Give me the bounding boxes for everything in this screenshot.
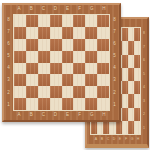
square xyxy=(62,51,74,63)
front-rank-labels-left: 87654321 xyxy=(4,14,13,111)
coordinate-label: F xyxy=(74,5,86,14)
square xyxy=(38,15,50,27)
square xyxy=(97,39,109,51)
square xyxy=(134,94,140,107)
square xyxy=(14,51,26,63)
coordinate-label: 3 xyxy=(4,75,13,87)
coordinate-label: H xyxy=(98,5,110,14)
square xyxy=(62,27,74,39)
square xyxy=(134,108,140,121)
rear-rank-labels-right: 87654321 xyxy=(141,27,147,135)
coordinate-label: C xyxy=(37,111,49,120)
square xyxy=(38,98,50,110)
coordinate-label: E xyxy=(62,5,74,14)
square xyxy=(134,41,140,54)
square xyxy=(73,15,85,27)
square xyxy=(85,98,97,110)
coordinate-label: H xyxy=(135,136,141,144)
square xyxy=(26,98,38,110)
square xyxy=(50,86,62,98)
square xyxy=(26,74,38,86)
square xyxy=(85,39,97,51)
coordinate-label: C xyxy=(37,5,49,14)
coordinate-label: 7 xyxy=(110,26,119,38)
square xyxy=(97,15,109,27)
square xyxy=(97,74,109,86)
front-chessboard: ABCDEFGH ABCDEFGH 87654321 87654321 xyxy=(2,3,121,122)
square xyxy=(85,74,97,86)
square xyxy=(26,63,38,75)
square xyxy=(50,27,62,39)
square xyxy=(62,15,74,27)
square xyxy=(38,51,50,63)
front-rank-labels-right: 87654321 xyxy=(110,14,119,111)
coordinate-label: A xyxy=(13,111,25,120)
coordinate-label: G xyxy=(86,111,98,120)
rear-file-labels-bottom: ABCDEFGH xyxy=(93,136,141,144)
square xyxy=(97,86,109,98)
square xyxy=(62,98,74,110)
square xyxy=(26,86,38,98)
square xyxy=(134,81,140,94)
coordinate-label: 1 xyxy=(110,99,119,111)
square xyxy=(97,98,109,110)
coordinate-label: 8 xyxy=(141,27,147,41)
square xyxy=(85,15,97,27)
front-file-labels-top: ABCDEFGH xyxy=(13,5,110,14)
front-board-playing-area xyxy=(13,14,110,111)
square xyxy=(73,74,85,86)
coordinate-label: 5 xyxy=(141,68,147,82)
coordinate-label: 3 xyxy=(141,95,147,109)
square xyxy=(50,74,62,86)
coordinate-label: 6 xyxy=(4,38,13,50)
square xyxy=(26,15,38,27)
square xyxy=(14,98,26,110)
square xyxy=(85,63,97,75)
coordinate-label: A xyxy=(13,5,25,14)
square xyxy=(62,86,74,98)
square xyxy=(62,63,74,75)
square xyxy=(85,51,97,63)
square xyxy=(97,27,109,39)
square xyxy=(97,63,109,75)
coordinate-label: D xyxy=(49,111,61,120)
square xyxy=(73,51,85,63)
square xyxy=(14,27,26,39)
coordinate-label: 2 xyxy=(4,87,13,99)
coordinate-label: 2 xyxy=(141,108,147,122)
square xyxy=(14,15,26,27)
square xyxy=(26,51,38,63)
square xyxy=(73,63,85,75)
square xyxy=(38,86,50,98)
square xyxy=(134,28,140,41)
square xyxy=(50,51,62,63)
square xyxy=(73,39,85,51)
square xyxy=(50,98,62,110)
coordinate-label: 1 xyxy=(4,99,13,111)
square xyxy=(62,39,74,51)
coordinate-label: B xyxy=(25,5,37,14)
square xyxy=(50,63,62,75)
square xyxy=(38,27,50,39)
square xyxy=(38,39,50,51)
coordinate-label: 6 xyxy=(110,38,119,50)
coordinate-label: H xyxy=(98,111,110,120)
coordinate-label: 4 xyxy=(141,81,147,95)
coordinate-label: 4 xyxy=(110,63,119,75)
front-board-grid xyxy=(14,15,109,110)
coordinate-label: E xyxy=(62,111,74,120)
square xyxy=(134,121,140,134)
coordinate-label: 5 xyxy=(4,50,13,62)
square xyxy=(14,39,26,51)
square xyxy=(73,98,85,110)
square xyxy=(14,74,26,86)
square xyxy=(14,86,26,98)
coordinate-label: F xyxy=(74,111,86,120)
square xyxy=(26,39,38,51)
square xyxy=(85,27,97,39)
square xyxy=(134,68,140,81)
front-file-labels-bottom: ABCDEFGH xyxy=(13,111,110,120)
coordinate-label: 8 xyxy=(4,14,13,26)
coordinate-label: 8 xyxy=(110,14,119,26)
square xyxy=(26,27,38,39)
coordinate-label: 2 xyxy=(110,87,119,99)
coordinate-label: 3 xyxy=(110,75,119,87)
coordinate-label: D xyxy=(49,5,61,14)
square xyxy=(38,63,50,75)
coordinate-label: 1 xyxy=(141,122,147,136)
coordinate-label: 6 xyxy=(141,54,147,68)
square xyxy=(73,27,85,39)
coordinate-label: G xyxy=(86,5,98,14)
coordinate-label: 7 xyxy=(4,26,13,38)
square xyxy=(97,51,109,63)
square xyxy=(38,74,50,86)
coordinate-label: 4 xyxy=(4,63,13,75)
square xyxy=(14,63,26,75)
coordinate-label: 7 xyxy=(141,41,147,55)
coordinate-label: B xyxy=(25,111,37,120)
square xyxy=(50,15,62,27)
product-photo-two-chessboards: ABCDEFGH 87654321 ABCDEFGH ABCDEFGH 8765… xyxy=(0,0,150,150)
coordinate-label: 5 xyxy=(110,50,119,62)
square xyxy=(85,86,97,98)
square xyxy=(50,39,62,51)
square xyxy=(73,86,85,98)
square xyxy=(62,74,74,86)
square xyxy=(134,55,140,68)
